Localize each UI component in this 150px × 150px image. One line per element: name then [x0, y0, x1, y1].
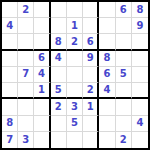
- given-digit: 8: [55, 37, 62, 47]
- cell-r7c2[interactable]: [18, 99, 34, 115]
- given-digit: 6: [87, 37, 94, 47]
- given-digit: 9: [136, 21, 143, 31]
- given-digit: 6: [120, 5, 127, 15]
- cell-r7c4[interactable]: 2: [51, 99, 67, 115]
- cell-r5c8[interactable]: 5: [116, 67, 132, 83]
- cell-r9c7[interactable]: [99, 132, 115, 148]
- cell-r5c4[interactable]: [51, 67, 67, 83]
- cell-r1c6[interactable]: [83, 2, 99, 18]
- cell-r3c6[interactable]: 6: [83, 34, 99, 50]
- cell-r8c8[interactable]: [116, 116, 132, 132]
- cell-r7c7[interactable]: [99, 99, 115, 115]
- cell-r1c2[interactable]: 2: [18, 2, 34, 18]
- cell-r4c7[interactable]: 8: [99, 51, 115, 67]
- cell-r8c4[interactable]: [51, 116, 67, 132]
- cell-r3c5[interactable]: 2: [67, 34, 83, 50]
- given-digit: 5: [55, 85, 62, 95]
- cell-r3c9[interactable]: [132, 34, 148, 50]
- cell-r7c3[interactable]: [34, 99, 50, 115]
- cell-r9c5[interactable]: [67, 132, 83, 148]
- cell-r6c3[interactable]: 1: [34, 83, 50, 99]
- cell-r7c5[interactable]: 3: [67, 99, 83, 115]
- cell-r5c1[interactable]: [2, 67, 18, 83]
- cell-r6c9[interactable]: [132, 83, 148, 99]
- cell-r5c6[interactable]: [83, 67, 99, 83]
- cell-r8c2[interactable]: [18, 116, 34, 132]
- given-digit: 6: [38, 53, 45, 63]
- given-digit: 8: [136, 5, 143, 15]
- sudoku-board: 268419826649874651524231854732: [0, 0, 150, 150]
- cell-r4c3[interactable]: 6: [34, 51, 50, 67]
- cell-r2c5[interactable]: 1: [67, 18, 83, 34]
- cell-r9c2[interactable]: 3: [18, 132, 34, 148]
- given-digit: 4: [55, 53, 62, 63]
- given-digit: 4: [38, 69, 45, 79]
- cell-r2c2[interactable]: [18, 18, 34, 34]
- given-digit: 2: [71, 37, 78, 47]
- cell-r4c1[interactable]: [2, 51, 18, 67]
- cell-r3c7[interactable]: [99, 34, 115, 50]
- cell-r6c2[interactable]: [18, 83, 34, 99]
- cell-r9c4[interactable]: [51, 132, 67, 148]
- cell-r3c3[interactable]: [34, 34, 50, 50]
- cell-r9c8[interactable]: 2: [116, 132, 132, 148]
- cell-r7c6[interactable]: 1: [83, 99, 99, 115]
- given-digit: 1: [87, 102, 94, 112]
- cell-r6c1[interactable]: [2, 83, 18, 99]
- given-digit: 4: [136, 118, 143, 128]
- cell-r8c7[interactable]: [99, 116, 115, 132]
- given-digit: 3: [22, 135, 29, 145]
- given-digit: 6: [103, 69, 110, 79]
- given-digit: 7: [6, 135, 13, 145]
- given-digit: 1: [38, 85, 45, 95]
- cell-r2c7[interactable]: [99, 18, 115, 34]
- cell-r9c6[interactable]: [83, 132, 99, 148]
- cell-r4c4[interactable]: 4: [51, 51, 67, 67]
- cell-r9c3[interactable]: [34, 132, 50, 148]
- given-digit: 3: [71, 102, 78, 112]
- cell-r8c3[interactable]: [34, 116, 50, 132]
- cell-r3c8[interactable]: [116, 34, 132, 50]
- cell-r1c8[interactable]: 6: [116, 2, 132, 18]
- given-digit: 4: [6, 21, 13, 31]
- cell-r3c4[interactable]: 8: [51, 34, 67, 50]
- cell-r2c1[interactable]: 4: [2, 18, 18, 34]
- cell-r2c4[interactable]: [51, 18, 67, 34]
- given-digit: 5: [71, 118, 78, 128]
- given-digit: 8: [103, 53, 110, 63]
- cell-r7c1[interactable]: [2, 99, 18, 115]
- given-digit: 1: [71, 21, 78, 31]
- given-digit: 7: [22, 69, 29, 79]
- cell-r4c2[interactable]: [18, 51, 34, 67]
- cell-r8c5[interactable]: 5: [67, 116, 83, 132]
- cell-r1c3[interactable]: [34, 2, 50, 18]
- cell-r1c9[interactable]: 8: [132, 2, 148, 18]
- cell-r2c6[interactable]: [83, 18, 99, 34]
- cell-r3c2[interactable]: [18, 34, 34, 50]
- cell-r1c7[interactable]: [99, 2, 115, 18]
- cell-r7c9[interactable]: [132, 99, 148, 115]
- cell-r5c7[interactable]: 6: [99, 67, 115, 83]
- cell-r6c6[interactable]: 2: [83, 83, 99, 99]
- given-digit: 2: [22, 5, 29, 15]
- given-digit: 9: [87, 53, 94, 63]
- cell-r5c9[interactable]: [132, 67, 148, 83]
- cell-r9c1[interactable]: 7: [2, 132, 18, 148]
- cell-r4c9[interactable]: [132, 51, 148, 67]
- cell-r6c7[interactable]: 4: [99, 83, 115, 99]
- cell-r6c5[interactable]: [67, 83, 83, 99]
- cell-r6c8[interactable]: [116, 83, 132, 99]
- cell-r4c6[interactable]: 9: [83, 51, 99, 67]
- cell-r5c2[interactable]: 7: [18, 67, 34, 83]
- cell-r1c5[interactable]: [67, 2, 83, 18]
- cell-r2c8[interactable]: [116, 18, 132, 34]
- given-digit: 8: [6, 118, 13, 128]
- given-digit: 2: [120, 135, 127, 145]
- cell-r1c1[interactable]: [2, 2, 18, 18]
- given-digit: 4: [103, 85, 110, 95]
- cell-r9c9[interactable]: [132, 132, 148, 148]
- cell-r8c6[interactable]: [83, 116, 99, 132]
- given-digit: 5: [120, 69, 127, 79]
- cell-r8c1[interactable]: 8: [2, 116, 18, 132]
- given-digit: 2: [87, 85, 94, 95]
- cell-r8c9[interactable]: 4: [132, 116, 148, 132]
- cell-r5c5[interactable]: [67, 67, 83, 83]
- given-digit: 2: [55, 102, 62, 112]
- cell-r7c8[interactable]: [116, 99, 132, 115]
- cell-r5c3[interactable]: 4: [34, 67, 50, 83]
- cell-r4c8[interactable]: [116, 51, 132, 67]
- cell-r2c3[interactable]: [34, 18, 50, 34]
- cell-r3c1[interactable]: [2, 34, 18, 50]
- cell-r1c4[interactable]: [51, 2, 67, 18]
- sudoku-app: 268419826649874651524231854732: [0, 0, 150, 150]
- cell-r4c5[interactable]: [67, 51, 83, 67]
- cell-r6c4[interactable]: 5: [51, 83, 67, 99]
- cell-r2c9[interactable]: 9: [132, 18, 148, 34]
